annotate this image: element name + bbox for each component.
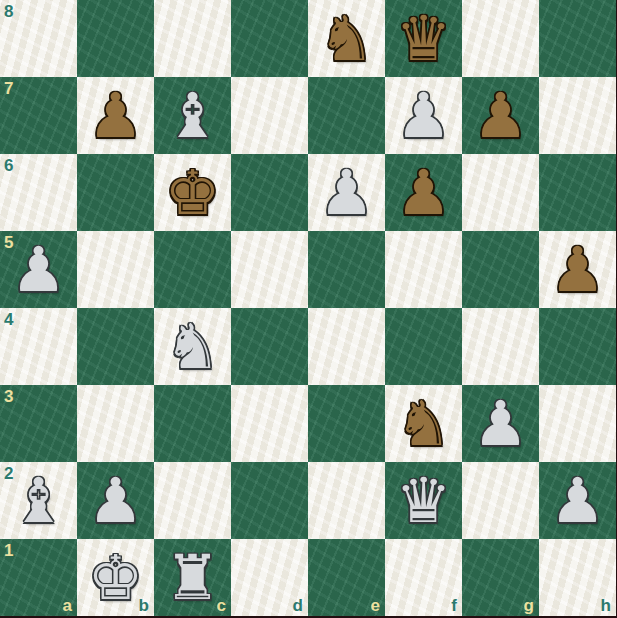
square-g4[interactable]: [462, 308, 539, 385]
piece-black-pawn-h5[interactable]: ♟: [539, 231, 616, 308]
square-a8[interactable]: 8: [0, 0, 77, 77]
square-e7[interactable]: [308, 77, 385, 154]
rank-label-4: 4: [4, 311, 13, 328]
square-h6[interactable]: [539, 154, 616, 231]
square-e5[interactable]: [308, 231, 385, 308]
square-c7[interactable]: ♝: [154, 77, 231, 154]
square-h2[interactable]: ♟: [539, 462, 616, 539]
square-b4[interactable]: [77, 308, 154, 385]
square-f3[interactable]: ♞: [385, 385, 462, 462]
square-f5[interactable]: [385, 231, 462, 308]
square-e2[interactable]: [308, 462, 385, 539]
square-e8[interactable]: ♞: [308, 0, 385, 77]
rank-label-7: 7: [4, 80, 13, 97]
piece-white-bishop-c7[interactable]: ♝: [154, 77, 231, 154]
square-a6[interactable]: 6: [0, 154, 77, 231]
rank-label-3: 3: [4, 388, 13, 405]
piece-white-bishop-a2[interactable]: ♝: [0, 462, 77, 539]
square-g8[interactable]: [462, 0, 539, 77]
piece-black-pawn-g7[interactable]: ♟: [462, 77, 539, 154]
square-c5[interactable]: [154, 231, 231, 308]
square-h4[interactable]: [539, 308, 616, 385]
square-e3[interactable]: [308, 385, 385, 462]
file-label-h: h: [601, 597, 611, 614]
piece-white-pawn-a5[interactable]: ♟: [0, 231, 77, 308]
piece-black-queen-f8[interactable]: ♛: [385, 0, 462, 77]
square-c8[interactable]: [154, 0, 231, 77]
square-f6[interactable]: ♟: [385, 154, 462, 231]
piece-black-pawn-b7[interactable]: ♟: [77, 77, 154, 154]
square-g3[interactable]: ♟: [462, 385, 539, 462]
square-g1[interactable]: g: [462, 539, 539, 616]
square-g7[interactable]: ♟: [462, 77, 539, 154]
square-c3[interactable]: [154, 385, 231, 462]
square-a7[interactable]: 7: [0, 77, 77, 154]
square-h5[interactable]: ♟: [539, 231, 616, 308]
square-a1[interactable]: 1a: [0, 539, 77, 616]
square-b5[interactable]: [77, 231, 154, 308]
file-label-a: a: [63, 597, 72, 614]
rank-label-8: 8: [4, 3, 13, 20]
piece-white-pawn-g3[interactable]: ♟: [462, 385, 539, 462]
square-g6[interactable]: [462, 154, 539, 231]
square-e4[interactable]: [308, 308, 385, 385]
square-f1[interactable]: f: [385, 539, 462, 616]
square-d4[interactable]: [231, 308, 308, 385]
piece-white-queen-f2[interactable]: ♛: [385, 462, 462, 539]
square-f4[interactable]: [385, 308, 462, 385]
square-h3[interactable]: [539, 385, 616, 462]
square-g2[interactable]: [462, 462, 539, 539]
square-d7[interactable]: [231, 77, 308, 154]
file-label-f: f: [451, 597, 457, 614]
piece-white-pawn-h2[interactable]: ♟: [539, 462, 616, 539]
square-d2[interactable]: [231, 462, 308, 539]
piece-white-pawn-e6[interactable]: ♟: [308, 154, 385, 231]
piece-black-pawn-f6[interactable]: ♟: [385, 154, 462, 231]
file-label-e: e: [371, 597, 380, 614]
square-d5[interactable]: [231, 231, 308, 308]
chess-board: 8♞♛7♟♝♟♟6♚♟♟5♟♟4♞3♞♟2♝♟♛♟1ab♚c♜defgh: [0, 0, 616, 616]
square-h8[interactable]: [539, 0, 616, 77]
square-f7[interactable]: ♟: [385, 77, 462, 154]
square-b3[interactable]: [77, 385, 154, 462]
square-a2[interactable]: 2♝: [0, 462, 77, 539]
square-d6[interactable]: [231, 154, 308, 231]
square-d8[interactable]: [231, 0, 308, 77]
piece-white-rook-c1[interactable]: ♜: [154, 539, 231, 616]
file-label-d: d: [293, 597, 303, 614]
square-e6[interactable]: ♟: [308, 154, 385, 231]
square-b1[interactable]: b♚: [77, 539, 154, 616]
square-c1[interactable]: c♜: [154, 539, 231, 616]
square-a4[interactable]: 4: [0, 308, 77, 385]
square-h1[interactable]: h: [539, 539, 616, 616]
square-c2[interactable]: [154, 462, 231, 539]
piece-white-knight-c4[interactable]: ♞: [154, 308, 231, 385]
square-c6[interactable]: ♚: [154, 154, 231, 231]
file-label-g: g: [524, 597, 534, 614]
square-d3[interactable]: [231, 385, 308, 462]
square-a3[interactable]: 3: [0, 385, 77, 462]
square-f8[interactable]: ♛: [385, 0, 462, 77]
piece-black-king-c6[interactable]: ♚: [154, 154, 231, 231]
rank-label-1: 1: [4, 542, 13, 559]
rank-label-6: 6: [4, 157, 13, 174]
square-b6[interactable]: [77, 154, 154, 231]
piece-white-pawn-f7[interactable]: ♟: [385, 77, 462, 154]
square-d1[interactable]: d: [231, 539, 308, 616]
piece-white-pawn-b2[interactable]: ♟: [77, 462, 154, 539]
square-g5[interactable]: [462, 231, 539, 308]
square-f2[interactable]: ♛: [385, 462, 462, 539]
square-b2[interactable]: ♟: [77, 462, 154, 539]
square-a5[interactable]: 5♟: [0, 231, 77, 308]
square-b7[interactable]: ♟: [77, 77, 154, 154]
square-c4[interactable]: ♞: [154, 308, 231, 385]
square-h7[interactable]: [539, 77, 616, 154]
square-b8[interactable]: [77, 0, 154, 77]
square-e1[interactable]: e: [308, 539, 385, 616]
piece-black-knight-e8[interactable]: ♞: [308, 0, 385, 77]
piece-black-knight-f3[interactable]: ♞: [385, 385, 462, 462]
piece-white-king-b1[interactable]: ♚: [77, 539, 154, 616]
